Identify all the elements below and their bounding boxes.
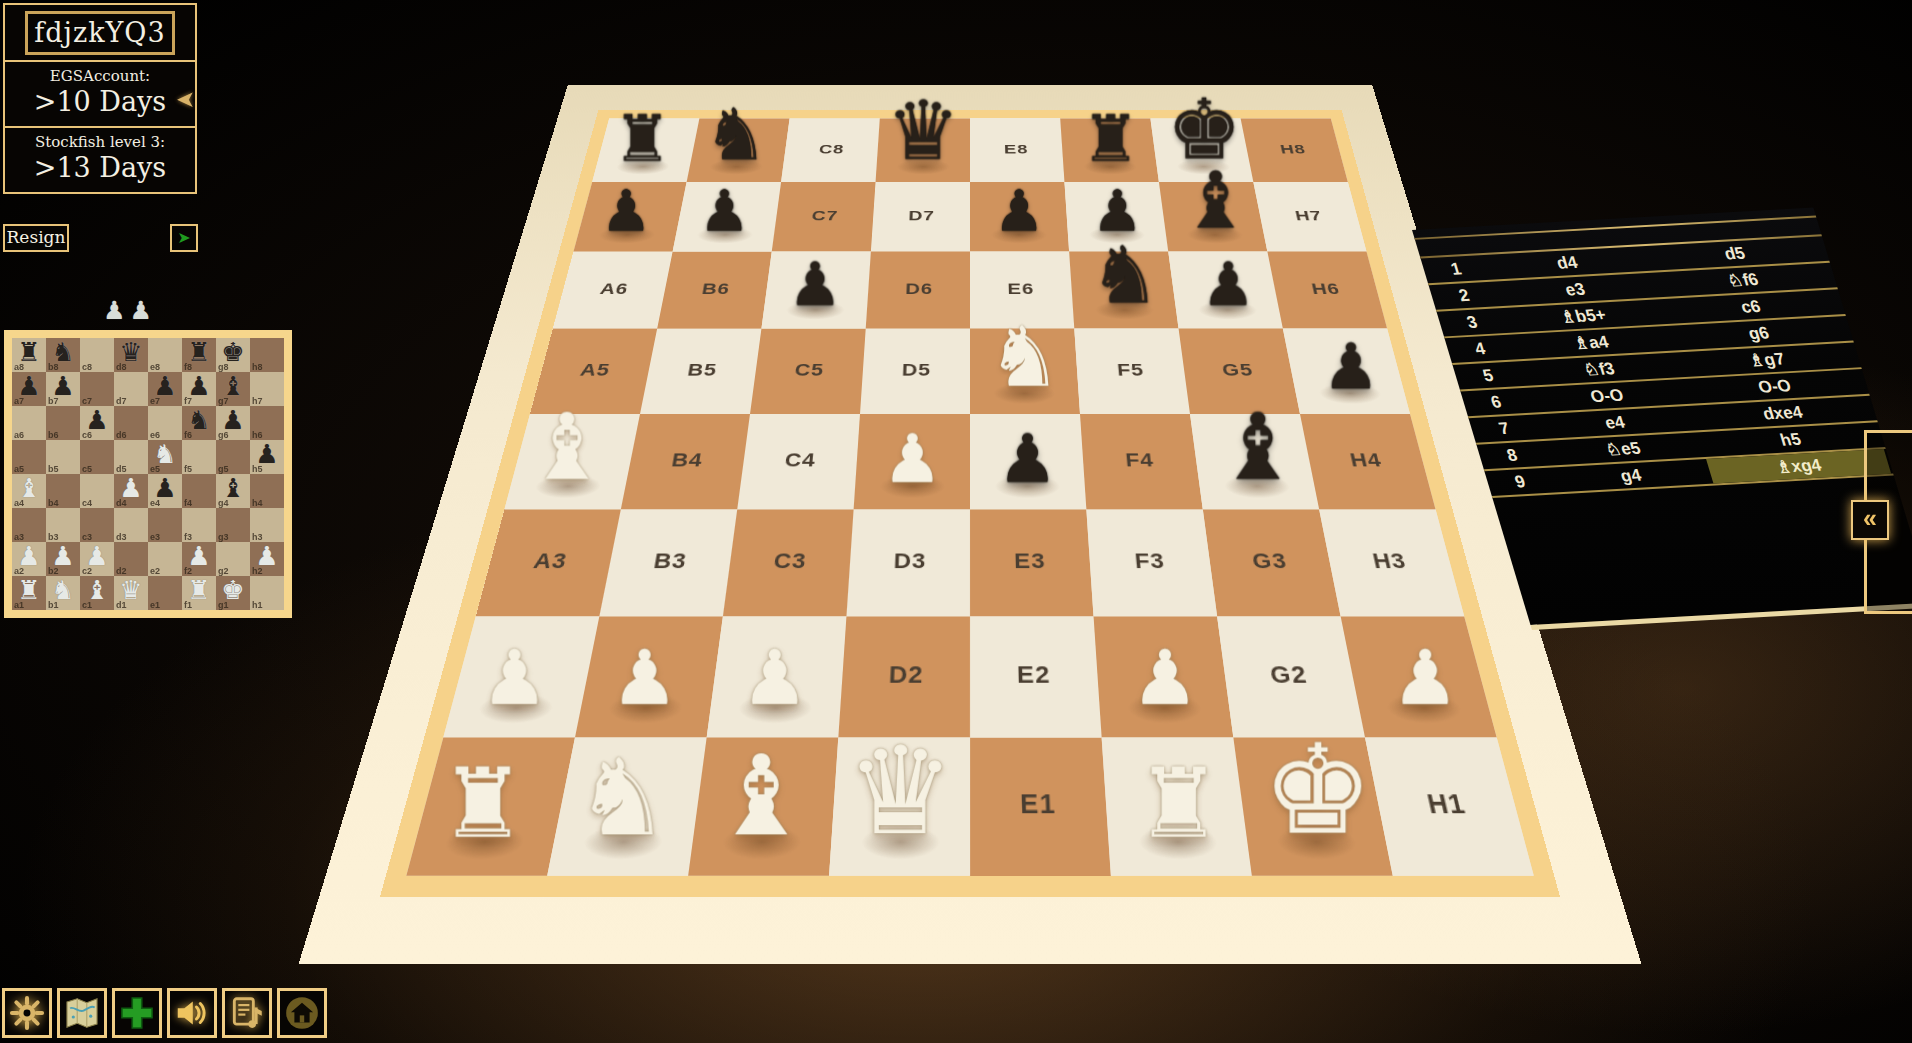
square-c3[interactable]: C3 [723, 509, 854, 616]
white-bishop-a4[interactable]: ♝ [509, 404, 624, 492]
minimap-white-pawn: ♟ [12, 539, 46, 573]
minimap-square-label: h4 [252, 498, 263, 508]
minimap-black-pawn: ♟ [46, 369, 80, 403]
minimap-square-label: a6 [14, 430, 24, 440]
speaker-icon [173, 994, 211, 1032]
divider [5, 126, 195, 128]
minimap-square-b1: b1♞ [46, 576, 80, 610]
square-c8[interactable]: C8 [781, 118, 880, 181]
collapse-panel-button[interactable]: « [1851, 500, 1889, 540]
home-icon [283, 994, 321, 1032]
square-b5[interactable]: B5 [640, 329, 761, 414]
minimap-board: a8♜b8♞c8d8♛e8f8♜g8♚h8a7♟b7♟c7d7e7♟f7♟g7♝… [4, 330, 292, 618]
engine-label: Stockfish level 3: [5, 133, 195, 151]
square-e8[interactable]: E8 [970, 118, 1064, 181]
minimap-square-h4: h4 [250, 474, 284, 508]
black-rook-a8[interactable]: ♜ [595, 108, 689, 169]
square-f3[interactable]: F3 [1086, 509, 1217, 616]
move-number-8: 8 [1476, 441, 1547, 469]
minimap-square-b8: b8♞ [46, 338, 80, 372]
minimap-square-e5: e5♞ [148, 440, 182, 474]
square-h6[interactable]: H6 [1267, 252, 1387, 329]
minimap-square-h6: h6 [250, 406, 284, 440]
health-button[interactable] [112, 988, 162, 1038]
move-number-4: 4 [1445, 335, 1516, 363]
black-bishop-g4[interactable]: ♝ [1200, 404, 1315, 492]
black-pawn-h5[interactable]: ♟ [1297, 338, 1406, 398]
minimap-square-g8: g8♚ [216, 338, 250, 372]
minimap-square-b7: b7♟ [46, 372, 80, 406]
black-pawn-e4[interactable]: ♟ [970, 428, 1085, 492]
square-label-a3: A3 [476, 509, 621, 616]
minimap-square-d2: d2 [114, 542, 148, 576]
minimap-square-a1: a1♜ [12, 576, 46, 610]
square-label-c5: C5 [750, 329, 866, 414]
minimap-square-b5: b5 [46, 440, 80, 474]
map-icon [63, 994, 101, 1032]
square-d5[interactable]: D5 [860, 329, 970, 414]
square-label-e8: E8 [970, 118, 1064, 181]
music-notes-icon [228, 994, 266, 1032]
square-g1[interactable]: ♚ [1233, 738, 1392, 876]
minimap-square-c5: c5 [80, 440, 114, 474]
square-a8[interactable]: ♜ [592, 118, 699, 181]
gear-icon [8, 994, 46, 1032]
minimap-square-a5: a5 [12, 440, 46, 474]
square-f4[interactable]: F4 [1080, 414, 1203, 509]
minimap-white-rook: ♜ [182, 573, 216, 607]
square-g4[interactable]: ♝ [1190, 414, 1319, 509]
minimap-square-h7: h7 [250, 372, 284, 406]
square-b1[interactable]: ♞ [547, 738, 706, 876]
minimap-black-rook: ♜ [12, 335, 46, 369]
minimap-white-knight: ♞ [148, 437, 182, 471]
minimap-square-d3: d3 [114, 508, 148, 542]
square-c4[interactable]: C4 [737, 414, 860, 509]
minimap-square-label: b6 [48, 430, 59, 440]
resign-button[interactable]: Resign [3, 224, 69, 252]
white-pawn-h2[interactable]: ♟ [1360, 642, 1490, 714]
black-pawn-b7[interactable]: ♟ [675, 184, 773, 238]
minimap-square-label: b4 [48, 498, 59, 508]
square-label-d7: D7 [871, 182, 970, 252]
square-e1[interactable]: E1 [970, 738, 1111, 876]
minimap-square-label: c8 [82, 362, 92, 372]
minimap-black-rook: ♜ [182, 335, 216, 369]
square-h7[interactable]: H7 [1253, 182, 1366, 252]
minimap-square-f2: f2♟ [182, 542, 216, 576]
square-label-h1: H1 [1365, 738, 1534, 876]
white-rook-a1[interactable]: ♜ [413, 758, 552, 849]
square-label-f5: F5 [1074, 329, 1190, 414]
minimap-black-pawn: ♟ [12, 369, 46, 403]
minimap-square-label: c4 [82, 498, 92, 508]
square-label-h6: H6 [1267, 252, 1387, 329]
board-3d-scene: ♜♞C8♛E8♜♚H8♟♟C7D7♟♟♝H7A6B6♟D6E6♞♟H6A5B5C… [467, 0, 1473, 917]
minimap-square-f1: f1♜ [182, 576, 216, 610]
square-c7[interactable]: C7 [772, 182, 876, 252]
square-h1[interactable]: H1 [1365, 738, 1534, 876]
minimap-square-e8: e8 [148, 338, 182, 372]
square-h5[interactable]: ♟ [1283, 329, 1410, 414]
room-code: fdjzkYQ3 [25, 11, 175, 55]
minimap-square-b6: b6 [46, 406, 80, 440]
sound-button[interactable] [167, 988, 217, 1038]
square-a3[interactable]: A3 [476, 509, 621, 616]
minimap-square-a2: a2♟ [12, 542, 46, 576]
minimap-black-knight: ♞ [46, 335, 80, 369]
minimap-black-pawn: ♟ [216, 403, 250, 437]
square-b4[interactable]: B4 [621, 414, 750, 509]
move-list-rows: 1d4d52e3♘f63♗b5+c64♗a4g65♘f3♗g76O-OO-O7e… [1421, 236, 1894, 498]
minimap-black-pawn: ♟ [148, 369, 182, 403]
music-button[interactable] [222, 988, 272, 1038]
minimap-square-label: d6 [116, 430, 127, 440]
square-f2[interactable]: ♟ [1094, 616, 1234, 737]
square-label-c4: C4 [737, 414, 860, 509]
minimap-square-g3: g3 [216, 508, 250, 542]
square-label-b6: B6 [657, 252, 772, 329]
minimap-square-c3: c3 [80, 508, 114, 542]
square-a4[interactable]: ♝ [504, 414, 640, 509]
minimap-square-c6: c6♟ [80, 406, 114, 440]
minimap-square-f3: f3 [182, 508, 216, 542]
black-knight-f6[interactable]: ♞ [1073, 239, 1176, 314]
minimap-square-a3: a3 [12, 508, 46, 542]
minimap-square-label: e1 [150, 600, 160, 610]
minimap-square-g2: g2 [216, 542, 250, 576]
square-label-c7: C7 [772, 182, 876, 252]
minimap-white-knight: ♞ [46, 573, 80, 607]
minimap-square-d5: d5 [114, 440, 148, 474]
square-d8[interactable]: ♛ [876, 118, 970, 181]
minimap-square-label: d3 [116, 532, 127, 542]
minimap-square-e1: e1 [148, 576, 182, 610]
minimap-square-c7: c7 [80, 372, 114, 406]
square-b6[interactable]: B6 [657, 252, 772, 329]
black-rook-f8[interactable]: ♜ [1064, 108, 1158, 169]
minimap-square-f5: f5 [182, 440, 216, 474]
square-b2[interactable]: ♟ [575, 616, 723, 737]
square-g6[interactable]: ♟ [1168, 252, 1283, 329]
white-bishop-c1[interactable]: ♝ [692, 743, 831, 849]
minimap-square-b3: b3 [46, 508, 80, 542]
white-king-g1[interactable]: ♚ [1248, 731, 1387, 849]
minimap-white-bishop: ♝ [80, 573, 114, 607]
minimap-white-pawn: ♟ [250, 539, 284, 573]
minimap-white-king: ♚ [216, 573, 250, 607]
minimap-square-d4: d4♟ [114, 474, 148, 508]
square-c1[interactable]: ♝ [688, 738, 838, 876]
move-number-3: 3 [1437, 308, 1508, 336]
square-f1[interactable]: ♜ [1102, 738, 1252, 876]
square-label-d3: D3 [846, 509, 970, 616]
engine-time-value: >13 Days [5, 152, 195, 183]
minimap-square-label: f5 [184, 464, 192, 474]
settings-button[interactable] [2, 988, 52, 1038]
minimap-square-h8: h8 [250, 338, 284, 372]
square-b7[interactable]: ♟ [673, 182, 781, 252]
square-label-c8: C8 [781, 118, 880, 181]
minimap-square-label: e2 [150, 566, 160, 576]
minimap-white-queen: ♛ [114, 573, 148, 607]
black-pawn-e7[interactable]: ♟ [970, 184, 1068, 238]
square-e5[interactable]: ♞ [970, 329, 1080, 414]
square-d4[interactable]: ♟ [854, 414, 970, 509]
minimap-square-label: h8 [252, 362, 263, 372]
minimap-square-e6: e6 [148, 406, 182, 440]
minimap-square-b4: b4 [46, 474, 80, 508]
minimap-white-bishop: ♝ [12, 471, 46, 505]
minimap-square-f6: f6♞ [182, 406, 216, 440]
minimap-square-g5: g5 [216, 440, 250, 474]
square-label-b5: B5 [640, 329, 761, 414]
white-pawn-c2[interactable]: ♟ [710, 642, 840, 714]
minimap-square-h5: h5♟ [250, 440, 284, 474]
square-a7[interactable]: ♟ [574, 182, 687, 252]
minimap-square-d1: d1♛ [114, 576, 148, 610]
minimap-square-c1: c1♝ [80, 576, 114, 610]
white-pawn-b2[interactable]: ♟ [580, 642, 710, 714]
square-f6[interactable]: ♞ [1069, 252, 1178, 329]
minimap-square-label: b5 [48, 464, 59, 474]
square-label-e2: E2 [970, 616, 1102, 737]
square-e3[interactable]: E3 [970, 509, 1094, 616]
minimap-square-g4: g4♝ [216, 474, 250, 508]
minimap-square-label: d7 [116, 396, 127, 406]
black-pawn-c6[interactable]: ♟ [763, 257, 866, 314]
minimap-square-f7: f7♟ [182, 372, 216, 406]
minimap-square-e3: e3 [148, 508, 182, 542]
square-label-e3: E3 [970, 509, 1094, 616]
minimap-square-e4: e4♟ [148, 474, 182, 508]
black-bishop-g7[interactable]: ♝ [1166, 164, 1264, 239]
minimap-white-pawn: ♟ [46, 539, 80, 573]
square-f8[interactable]: ♜ [1060, 118, 1159, 181]
square-a6[interactable]: A6 [553, 252, 673, 329]
minimap-square-a4: a4♝ [12, 474, 46, 508]
move-number-7: 7 [1468, 415, 1539, 443]
square-a2[interactable]: ♟ [443, 616, 599, 737]
minimap-square-label: h1 [252, 600, 263, 610]
white-knight-e5[interactable]: ♞ [970, 319, 1079, 398]
plus-icon [118, 994, 156, 1032]
square-c5[interactable]: C5 [750, 329, 866, 414]
move-number-6: 6 [1460, 388, 1531, 416]
square-e2[interactable]: E2 [970, 616, 1102, 737]
move-number-9: 9 [1484, 468, 1555, 496]
minimap-square-b2: b2♟ [46, 542, 80, 576]
minimap-square-a8: a8♜ [12, 338, 46, 372]
square-label-a6: A6 [553, 252, 673, 329]
minimap-square-c8: c8 [80, 338, 114, 372]
square-h3[interactable]: H3 [1319, 509, 1464, 616]
square-a1[interactable]: ♜ [406, 738, 575, 876]
minimap-square-label: g3 [218, 532, 229, 542]
black-pawn-a7[interactable]: ♟ [577, 184, 675, 238]
square-label-d6: D6 [866, 252, 970, 329]
square-d1[interactable]: ♛ [829, 738, 970, 876]
move-number-5: 5 [1452, 361, 1523, 389]
square-e4[interactable]: ♟ [970, 414, 1086, 509]
minimap-square-label: c5 [82, 464, 92, 474]
minimap-black-bishop: ♝ [216, 471, 250, 505]
board-3d-grid: ♜♞C8♛E8♜♚H8♟♟C7D7♟♟♝H7A6B6♟D6E6♞♟H6A5B5C… [406, 118, 1533, 875]
square-label-h7: H7 [1253, 182, 1366, 252]
minimap-square-d8: d8♛ [114, 338, 148, 372]
minimap-square-g7: g7♝ [216, 372, 250, 406]
square-h4[interactable]: H4 [1300, 414, 1436, 509]
white-rook-f1[interactable]: ♜ [1109, 758, 1248, 849]
square-d3[interactable]: D3 [846, 509, 970, 616]
square-f5[interactable]: F5 [1074, 329, 1190, 414]
map-button[interactable] [57, 988, 107, 1038]
square-d6[interactable]: D6 [866, 252, 970, 329]
square-g3[interactable]: G3 [1203, 509, 1341, 616]
minimap-black-pawn: ♟ [182, 369, 216, 403]
move-number-1: 1 [1421, 255, 1492, 283]
minimap-black-knight: ♞ [182, 403, 216, 437]
black-queen-d8[interactable]: ♛ [876, 92, 970, 170]
minimap-square-f8: f8♜ [182, 338, 216, 372]
white-queen-d1[interactable]: ♛ [831, 734, 970, 849]
cursor-arrow-icon: ➤ [176, 86, 195, 113]
minimap-white-rook: ♜ [12, 573, 46, 607]
minimap-square-g1: g1♚ [216, 576, 250, 610]
minimap-black-bishop: ♝ [216, 369, 250, 403]
account-time-value: >10 Days [5, 86, 195, 117]
minimap-square-label: h7 [252, 396, 263, 406]
square-label-h3: H3 [1319, 509, 1464, 616]
minimap-white-pawn: ♟ [114, 471, 148, 505]
home-button[interactable] [277, 988, 327, 1038]
minimap-square-a7: a7♟ [12, 372, 46, 406]
player-info-panel: fdjzkYQ3 EGSAccount: >10 Days Stockfish … [3, 3, 197, 194]
square-label-f4: F4 [1080, 414, 1203, 509]
minimap-black-king: ♚ [216, 335, 250, 369]
square-d7[interactable]: D7 [871, 182, 970, 252]
square-label-e1: E1 [970, 738, 1111, 876]
minimap-black-pawn: ♟ [80, 403, 114, 437]
minimap-square-label: f4 [184, 498, 192, 508]
board-gold-border: ♜♞C8♛E8♜♚H8♟♟C7D7♟♟♝H7A6B6♟D6E6♞♟H6A5B5C… [380, 110, 1560, 898]
minimap-white-pawn: ♟ [182, 539, 216, 573]
minimap-square-g6: g6♟ [216, 406, 250, 440]
minimap-square-f4: f4 [182, 474, 216, 508]
black-knight-b8[interactable]: ♞ [689, 102, 783, 170]
square-e7[interactable]: ♟ [970, 182, 1069, 252]
square-label-g3: G3 [1203, 509, 1341, 616]
minimap-square-d6: d6 [114, 406, 148, 440]
minimap-square-h2: h2♟ [250, 542, 284, 576]
move-number-2: 2 [1429, 282, 1500, 310]
minimap-square-d7: d7 [114, 372, 148, 406]
minimap-square-h1: h1 [250, 576, 284, 610]
minimap-black-queen: ♛ [114, 335, 148, 369]
square-c6[interactable]: ♟ [761, 252, 870, 329]
minimap-square-e2: e2 [148, 542, 182, 576]
square-label-f3: F3 [1086, 509, 1217, 616]
white-knight-b1[interactable]: ♞ [553, 748, 692, 849]
square-b8[interactable]: ♞ [687, 118, 790, 181]
square-label-h4: H4 [1300, 414, 1436, 509]
divider [5, 60, 195, 62]
account-label: EGSAccount: [5, 67, 195, 85]
square-label-d5: D5 [860, 329, 970, 414]
minimap-black-pawn: ♟ [148, 471, 182, 505]
minimap-square-c4: c4 [80, 474, 114, 508]
minimap-square-c2: c2♟ [80, 542, 114, 576]
black-pawn-g6[interactable]: ♟ [1177, 257, 1280, 314]
minimap-white-pawn: ♟ [80, 539, 114, 573]
white-pawn-a2[interactable]: ♟ [450, 642, 580, 714]
bottom-toolbar [2, 988, 327, 1038]
minimap-square-h3: h3 [250, 508, 284, 542]
minimap-black-pawn: ♟ [250, 437, 284, 471]
captured-pieces-tray: ♟♟ [103, 296, 156, 325]
minimap-square-a6: a6 [12, 406, 46, 440]
minimap-square-e7: e7♟ [148, 372, 182, 406]
green-arrow-icon[interactable]: ➤ [170, 224, 198, 252]
square-label-b4: B4 [621, 414, 750, 509]
square-label-c3: C3 [723, 509, 854, 616]
white-pawn-d4[interactable]: ♟ [855, 428, 970, 492]
white-pawn-f2[interactable]: ♟ [1100, 642, 1230, 714]
minimap-square-label: e3 [150, 532, 160, 542]
square-b3[interactable]: B3 [599, 509, 737, 616]
board-mat: ♜♞C8♛E8♜♚H8♟♟C7D7♟♟♝H7A6B6♟D6E6♞♟H6A5B5C… [299, 85, 1642, 964]
square-c2[interactable]: ♟ [707, 616, 847, 737]
square-label-b3: B3 [599, 509, 737, 616]
